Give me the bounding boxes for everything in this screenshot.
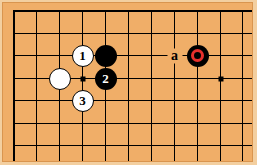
white-stone-1: 1	[72, 45, 94, 67]
grid-line-horizontal	[13, 145, 252, 146]
go-diagram: a123	[0, 0, 257, 165]
grid-line-horizontal	[13, 55, 252, 56]
black-stone	[95, 45, 117, 67]
grid-line-horizontal	[13, 100, 252, 101]
grid-line-horizontal	[13, 33, 252, 34]
white-stone	[49, 68, 71, 90]
white-stone-3: 3	[72, 90, 94, 112]
point-label-a: a	[167, 48, 182, 63]
star-point	[80, 76, 85, 81]
grid-line-horizontal	[13, 10, 252, 12]
go-board: a123	[2, 2, 253, 162]
black-stone-2: 2	[95, 68, 117, 90]
circle-mark-icon	[191, 49, 204, 62]
star-point	[218, 76, 223, 81]
grid-line-horizontal	[13, 123, 252, 124]
black-stone-marked	[187, 45, 209, 67]
